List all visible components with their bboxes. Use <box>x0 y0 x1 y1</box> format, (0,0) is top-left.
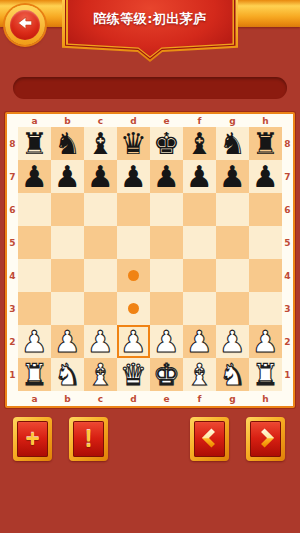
toolbar: + ! <box>13 417 285 461</box>
white-piece-p: ♟ <box>120 325 147 358</box>
black-piece-r: ♜ <box>21 127 48 160</box>
board-square-c7[interactable]: ♟ <box>84 160 117 193</box>
rank-label: 6 <box>282 193 293 226</box>
board-square-c8[interactable]: ♝ <box>84 127 117 160</box>
black-piece-p: ♟ <box>186 160 213 193</box>
board-square-c1[interactable]: ♝ <box>84 358 117 391</box>
rank-label: 2 <box>7 325 18 358</box>
message-bar <box>13 77 287 99</box>
board-square-e8[interactable]: ♚ <box>150 127 183 160</box>
board-square-c5[interactable] <box>84 226 117 259</box>
black-piece-n: ♞ <box>219 127 246 160</box>
board-square-h8[interactable]: ♜ <box>249 127 282 160</box>
board-square-d7[interactable]: ♟ <box>117 160 150 193</box>
board-square-d5[interactable] <box>117 226 150 259</box>
board-square-a8[interactable]: ♜ <box>18 127 51 160</box>
board-square-g7[interactable]: ♟ <box>216 160 249 193</box>
next-move-button[interactable] <box>246 417 285 461</box>
file-label: b <box>51 391 84 406</box>
file-label: a <box>18 391 51 406</box>
white-piece-b: ♝ <box>87 358 114 391</box>
rank-label: 7 <box>7 160 18 193</box>
alert-button[interactable]: ! <box>69 417 108 461</box>
board-square-f6[interactable] <box>183 193 216 226</box>
board-square-f2[interactable]: ♟ <box>183 325 216 358</box>
file-label: d <box>117 114 150 127</box>
board-square-h6[interactable] <box>249 193 282 226</box>
white-piece-r: ♜ <box>252 358 279 391</box>
board-square-h7[interactable]: ♟ <box>249 160 282 193</box>
board-square-c4[interactable] <box>84 259 117 292</box>
board-square-b1[interactable]: ♞ <box>51 358 84 391</box>
file-label: h <box>249 391 282 406</box>
board-square-e6[interactable] <box>150 193 183 226</box>
board-square-d3[interactable] <box>117 292 150 325</box>
white-piece-k: ♚ <box>153 358 180 391</box>
board-square-d1[interactable]: ♛ <box>117 358 150 391</box>
black-piece-p: ♟ <box>219 160 246 193</box>
board-corner <box>7 114 18 127</box>
file-label: d <box>117 391 150 406</box>
black-piece-b: ♝ <box>186 127 213 160</box>
board-square-g2[interactable]: ♟ <box>216 325 249 358</box>
board-square-g5[interactable] <box>216 226 249 259</box>
board-square-f5[interactable] <box>183 226 216 259</box>
white-piece-p: ♟ <box>21 325 48 358</box>
board-square-b2[interactable]: ♟ <box>51 325 84 358</box>
board-square-c6[interactable] <box>84 193 117 226</box>
file-label: e <box>150 114 183 127</box>
board-square-a2[interactable]: ♟ <box>18 325 51 358</box>
board-corner <box>7 391 18 406</box>
rank-label: 4 <box>282 259 293 292</box>
board-square-h1[interactable]: ♜ <box>249 358 282 391</box>
board-square-e7[interactable]: ♟ <box>150 160 183 193</box>
rank-label: 3 <box>7 292 18 325</box>
white-piece-b: ♝ <box>186 358 213 391</box>
board-square-f8[interactable]: ♝ <box>183 127 216 160</box>
toolbar-right-group <box>190 417 285 461</box>
white-piece-q: ♛ <box>120 358 147 391</box>
board-square-b7[interactable]: ♟ <box>51 160 84 193</box>
black-piece-r: ♜ <box>252 127 279 160</box>
board-square-b3[interactable] <box>51 292 84 325</box>
black-piece-q: ♛ <box>120 127 147 160</box>
file-label: g <box>216 114 249 127</box>
board-square-h2[interactable]: ♟ <box>249 325 282 358</box>
plus-icon: + <box>25 427 39 451</box>
board-square-c2[interactable]: ♟ <box>84 325 117 358</box>
file-label: c <box>84 114 117 127</box>
file-label: e <box>150 391 183 406</box>
board-square-a7[interactable]: ♟ <box>18 160 51 193</box>
board-square-f7[interactable]: ♟ <box>183 160 216 193</box>
rank-label: 8 <box>7 127 18 160</box>
rank-label: 7 <box>282 160 293 193</box>
file-label: b <box>51 114 84 127</box>
back-button[interactable] <box>5 5 45 45</box>
file-label: g <box>216 391 249 406</box>
black-piece-k: ♚ <box>153 127 180 160</box>
level-banner-title: 陪练等级:初出茅庐 <box>62 10 238 28</box>
board-square-h3[interactable] <box>249 292 282 325</box>
black-piece-p: ♟ <box>54 160 81 193</box>
board-square-g8[interactable]: ♞ <box>216 127 249 160</box>
white-piece-p: ♟ <box>252 325 279 358</box>
board-square-a1[interactable]: ♜ <box>18 358 51 391</box>
rank-label: 5 <box>282 226 293 259</box>
board-square-f3[interactable] <box>183 292 216 325</box>
white-piece-p: ♟ <box>153 325 180 358</box>
white-piece-p: ♟ <box>219 325 246 358</box>
white-piece-n: ♞ <box>54 358 81 391</box>
board-square-a6[interactable] <box>18 193 51 226</box>
level-banner: 陪练等级:初出茅庐 <box>62 0 238 62</box>
board-square-a5[interactable] <box>18 226 51 259</box>
board-square-c3[interactable] <box>84 292 117 325</box>
board-square-f4[interactable] <box>183 259 216 292</box>
rank-label: 1 <box>282 358 293 391</box>
board-square-g3[interactable] <box>216 292 249 325</box>
white-piece-n: ♞ <box>219 358 246 391</box>
rank-label: 1 <box>7 358 18 391</box>
black-piece-p: ♟ <box>153 160 180 193</box>
rank-label: 4 <box>7 259 18 292</box>
move-hint-dot <box>128 303 139 314</box>
file-label: f <box>183 114 216 127</box>
white-piece-p: ♟ <box>186 325 213 358</box>
board-square-b6[interactable] <box>51 193 84 226</box>
white-piece-p: ♟ <box>54 325 81 358</box>
black-piece-p: ♟ <box>252 160 279 193</box>
board-square-d8[interactable]: ♛ <box>117 127 150 160</box>
chess-board-panel: abcdefgh8♜♞♝♛♚♝♞♜87♟♟♟♟♟♟♟♟7665544332♟♟♟… <box>5 112 295 408</box>
board-square-e3[interactable] <box>150 292 183 325</box>
rank-label: 8 <box>282 127 293 160</box>
back-arrow-icon <box>15 13 35 37</box>
chevron-left-icon <box>199 427 221 452</box>
file-label: a <box>18 114 51 127</box>
board-square-e4[interactable] <box>150 259 183 292</box>
board-square-h5[interactable] <box>249 226 282 259</box>
board-square-b8[interactable]: ♞ <box>51 127 84 160</box>
board-square-g1[interactable]: ♞ <box>216 358 249 391</box>
board-square-h4[interactable] <box>249 259 282 292</box>
board-square-f1[interactable]: ♝ <box>183 358 216 391</box>
board-square-d6[interactable] <box>117 193 150 226</box>
board-square-e2[interactable]: ♟ <box>150 325 183 358</box>
black-piece-p: ♟ <box>87 160 114 193</box>
exclamation-icon: ! <box>85 427 93 451</box>
board-square-a3[interactable] <box>18 292 51 325</box>
file-label: h <box>249 114 282 127</box>
board-square-e5[interactable] <box>150 226 183 259</box>
rank-label: 3 <box>282 292 293 325</box>
rank-label: 6 <box>7 193 18 226</box>
rank-label: 2 <box>282 325 293 358</box>
board-square-d4[interactable] <box>117 259 150 292</box>
move-hint-dot <box>128 270 139 281</box>
file-label: f <box>183 391 216 406</box>
black-piece-p: ♟ <box>120 160 147 193</box>
toolbar-left-group: + ! <box>13 417 108 461</box>
board-square-b5[interactable] <box>51 226 84 259</box>
add-button[interactable]: + <box>13 417 52 461</box>
board-square-g6[interactable] <box>216 193 249 226</box>
board-square-b4[interactable] <box>51 259 84 292</box>
white-piece-p: ♟ <box>87 325 114 358</box>
chevron-right-icon <box>255 427 277 452</box>
white-piece-r: ♜ <box>21 358 48 391</box>
board-square-a4[interactable] <box>18 259 51 292</box>
board-corner <box>282 114 293 127</box>
chess-board: abcdefgh8♜♞♝♛♚♝♞♜87♟♟♟♟♟♟♟♟7665544332♟♟♟… <box>7 114 293 406</box>
black-piece-b: ♝ <box>87 127 114 160</box>
black-piece-n: ♞ <box>54 127 81 160</box>
file-label: c <box>84 391 117 406</box>
board-square-g4[interactable] <box>216 259 249 292</box>
black-piece-p: ♟ <box>21 160 48 193</box>
prev-move-button[interactable] <box>190 417 229 461</box>
board-square-e1[interactable]: ♚ <box>150 358 183 391</box>
chess-app-screen: 陪练等级:初出茅庐 abcdefgh8♜♞♝♛♚♝♞♜87♟♟♟♟♟♟♟♟766… <box>0 0 300 533</box>
board-square-d2[interactable]: ♟ <box>117 325 150 358</box>
rank-label: 5 <box>7 226 18 259</box>
board-corner <box>282 391 293 406</box>
